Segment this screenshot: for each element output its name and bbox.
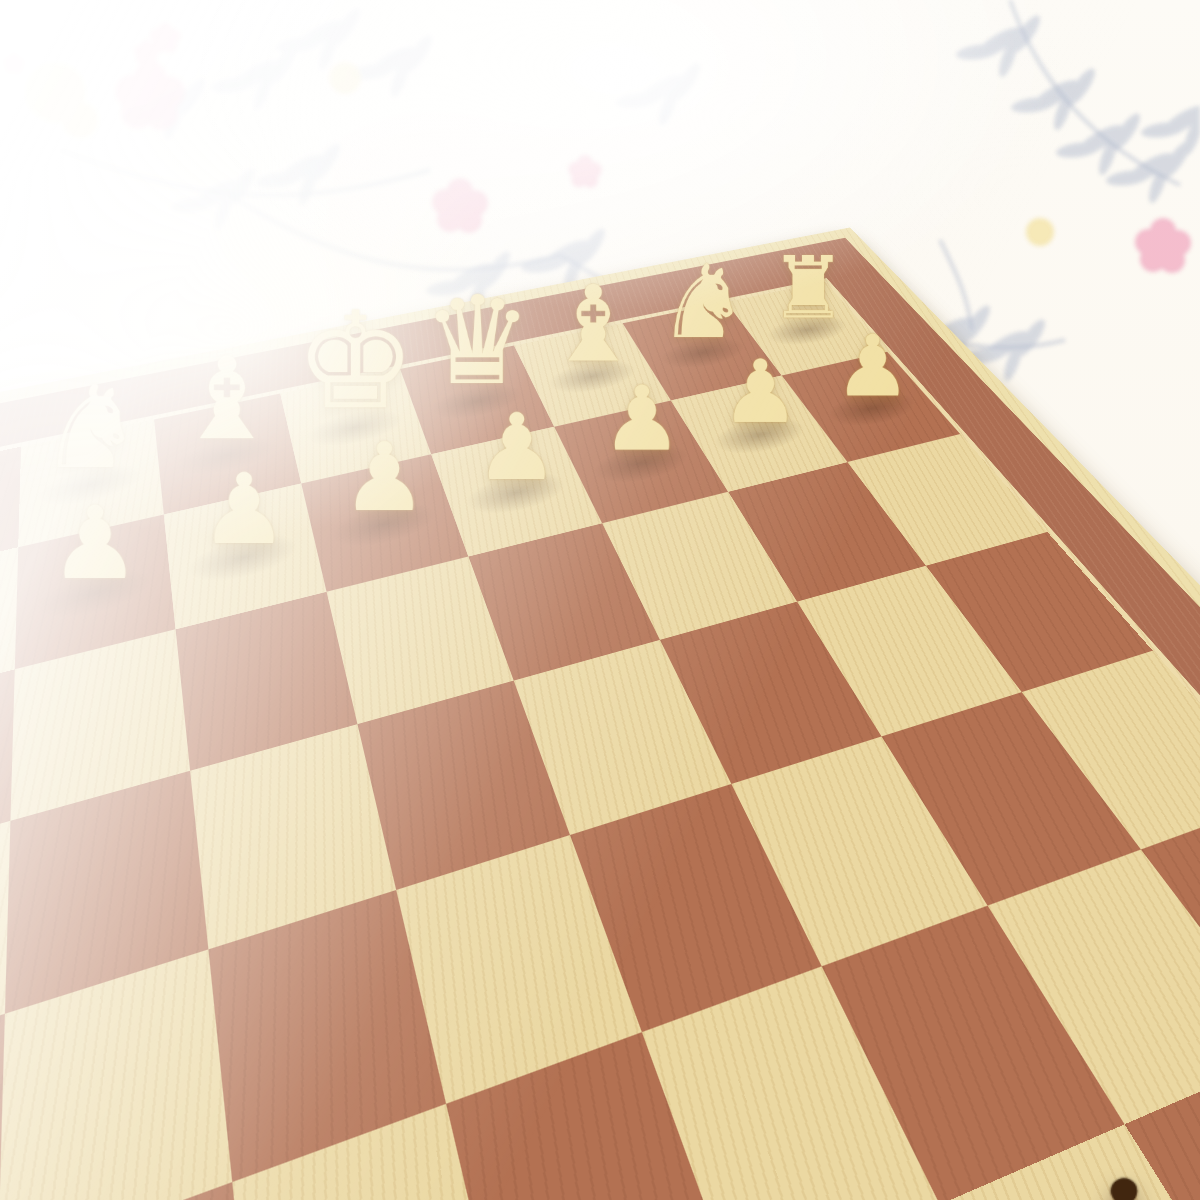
white-pawn[interactable]: ♟ bbox=[834, 324, 911, 409]
white-queen[interactable]: ♛ bbox=[422, 280, 533, 402]
white-pawn[interactable]: ♟ bbox=[341, 430, 427, 525]
white-pawn[interactable]: ♟ bbox=[49, 493, 140, 594]
white-pawn[interactable]: ♟ bbox=[475, 402, 558, 494]
scene: ♜♞♝♚♛♝♞♜♟♟♟♟♟♟♟♟♟♟♟♟♟♟♟♟♜♞♝♚♛♝♞♜ bbox=[0, 0, 1200, 1200]
white-pawn[interactable]: ♟ bbox=[601, 374, 682, 463]
board-perspective-scene: ♜♞♝♚♛♝♞♜♟♟♟♟♟♟♟♟♟♟♟♟♟♟♟♟♜♞♝♚♛♝♞♜ bbox=[0, 0, 1200, 1200]
piece-shadow bbox=[0, 486, 3, 546]
white-pawn[interactable]: ♟ bbox=[721, 349, 800, 436]
white-knight[interactable]: ♞ bbox=[38, 370, 143, 486]
white-king[interactable]: ♚ bbox=[294, 294, 416, 428]
white-pawn[interactable]: ♟ bbox=[199, 461, 288, 559]
white-bishop[interactable]: ♝ bbox=[175, 342, 279, 456]
white-bishop[interactable]: ♝ bbox=[545, 272, 641, 377]
white-knight[interactable]: ♞ bbox=[657, 252, 749, 353]
chess-board-3d: ♜♞♝♚♛♝♞♜♟♟♟♟♟♟♟♟♟♟♟♟♟♟♟♟♜♞♝♚♛♝♞♜ bbox=[0, 227, 1200, 1200]
black-pawn[interactable]: ♟ bbox=[1050, 1160, 1198, 1200]
